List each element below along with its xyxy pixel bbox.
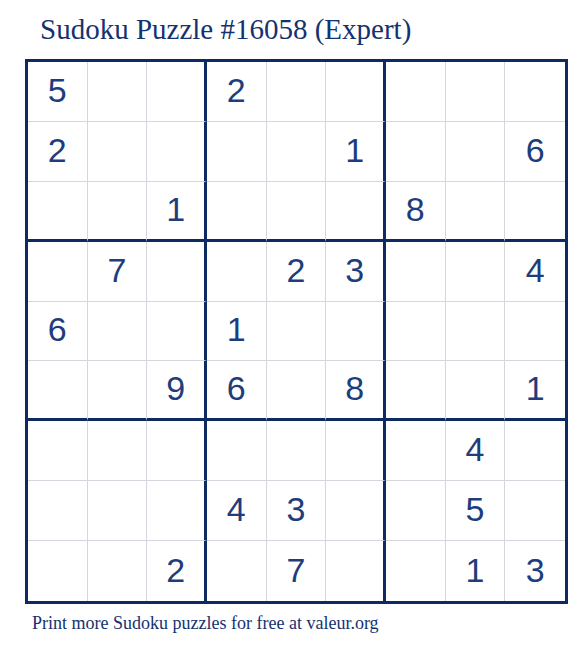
cell-r6c4: 6 <box>207 361 267 421</box>
cell-r7c2 <box>88 421 148 481</box>
cell-r8c9 <box>505 481 565 541</box>
cell-r6c3: 9 <box>147 361 207 421</box>
cell-r9c3: 2 <box>147 541 207 601</box>
cell-r1c9 <box>505 62 565 122</box>
sudoku-grid: 5221618723461968144352713 <box>25 59 568 604</box>
cell-r6c8 <box>446 361 506 421</box>
cell-r8c5: 3 <box>267 481 327 541</box>
cell-r6c6: 8 <box>326 361 386 421</box>
cell-r9c6 <box>326 541 386 601</box>
cell-r7c3 <box>147 421 207 481</box>
cell-r4c8 <box>446 242 506 302</box>
cell-r3c7: 8 <box>386 182 446 242</box>
cell-r5c7 <box>386 302 446 362</box>
cell-r4c3 <box>147 242 207 302</box>
cell-r7c6 <box>326 421 386 481</box>
cell-r8c7 <box>386 481 446 541</box>
cell-r1c3 <box>147 62 207 122</box>
cell-r6c7 <box>386 361 446 421</box>
cell-r8c8: 5 <box>446 481 506 541</box>
cell-r4c6: 3 <box>326 242 386 302</box>
cell-r2c7 <box>386 122 446 182</box>
cell-r8c6 <box>326 481 386 541</box>
cell-r5c5 <box>267 302 327 362</box>
footer-note: Print more Sudoku puzzles for free at va… <box>32 613 379 634</box>
cell-r5c2 <box>88 302 148 362</box>
cell-r1c4: 2 <box>207 62 267 122</box>
cell-r7c5 <box>267 421 327 481</box>
cell-r3c6 <box>326 182 386 242</box>
cell-r2c4 <box>207 122 267 182</box>
cell-r4c9: 4 <box>505 242 565 302</box>
cell-r3c4 <box>207 182 267 242</box>
cell-r5c8 <box>446 302 506 362</box>
cell-r2c3 <box>147 122 207 182</box>
cell-r7c9 <box>505 421 565 481</box>
cell-r2c6: 1 <box>326 122 386 182</box>
cell-r2c5 <box>267 122 327 182</box>
cell-r7c8: 4 <box>446 421 506 481</box>
cell-r9c5: 7 <box>267 541 327 601</box>
cell-r5c3 <box>147 302 207 362</box>
cell-r4c7 <box>386 242 446 302</box>
cell-r7c4 <box>207 421 267 481</box>
cell-r1c7 <box>386 62 446 122</box>
cell-r3c3: 1 <box>147 182 207 242</box>
cell-r6c5 <box>267 361 327 421</box>
cell-r2c1: 2 <box>28 122 88 182</box>
cell-r9c7 <box>386 541 446 601</box>
cell-r1c6 <box>326 62 386 122</box>
cell-r5c9 <box>505 302 565 362</box>
cell-r1c8 <box>446 62 506 122</box>
cell-r9c8: 1 <box>446 541 506 601</box>
cell-r9c2 <box>88 541 148 601</box>
cell-r3c9 <box>505 182 565 242</box>
cell-r4c2: 7 <box>88 242 148 302</box>
cell-r9c1 <box>28 541 88 601</box>
cell-r3c5 <box>267 182 327 242</box>
cell-r5c4: 1 <box>207 302 267 362</box>
cell-r1c1: 5 <box>28 62 88 122</box>
cell-r8c3 <box>147 481 207 541</box>
cell-r8c2 <box>88 481 148 541</box>
cell-r7c7 <box>386 421 446 481</box>
cell-r9c9: 3 <box>505 541 565 601</box>
cell-r3c2 <box>88 182 148 242</box>
cell-r3c1 <box>28 182 88 242</box>
cell-r4c5: 2 <box>267 242 327 302</box>
cell-r2c9: 6 <box>505 122 565 182</box>
cell-r2c2 <box>88 122 148 182</box>
cell-r7c1 <box>28 421 88 481</box>
cell-r6c1 <box>28 361 88 421</box>
cell-r4c4 <box>207 242 267 302</box>
cell-r2c8 <box>446 122 506 182</box>
cell-r4c1 <box>28 242 88 302</box>
cell-r8c1 <box>28 481 88 541</box>
cell-r3c8 <box>446 182 506 242</box>
cell-r9c4 <box>207 541 267 601</box>
cell-r5c1: 6 <box>28 302 88 362</box>
cell-r1c2 <box>88 62 148 122</box>
cell-r1c5 <box>267 62 327 122</box>
cell-r8c4: 4 <box>207 481 267 541</box>
cell-r5c6 <box>326 302 386 362</box>
page-title: Sudoku Puzzle #16058 (Expert) <box>40 12 411 46</box>
cell-r6c9: 1 <box>505 361 565 421</box>
cell-r6c2 <box>88 361 148 421</box>
